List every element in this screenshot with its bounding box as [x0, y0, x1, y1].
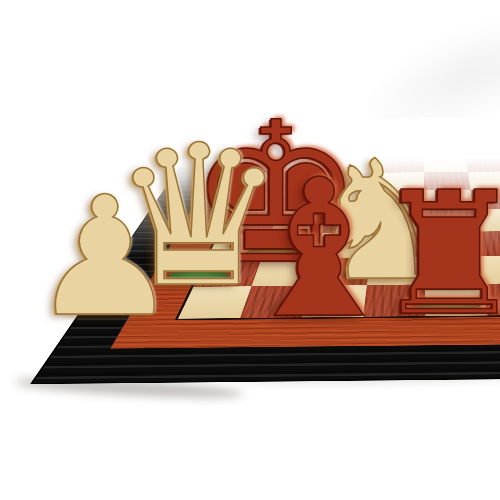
red-rook[interactable]: ♜: [373, 169, 500, 339]
white-pawn[interactable]: ♟: [31, 175, 179, 340]
pieces-layer: ♛♞♚♝♜♟: [0, 0, 500, 500]
scene: ♛♞♚♝♜♟: [0, 0, 500, 500]
